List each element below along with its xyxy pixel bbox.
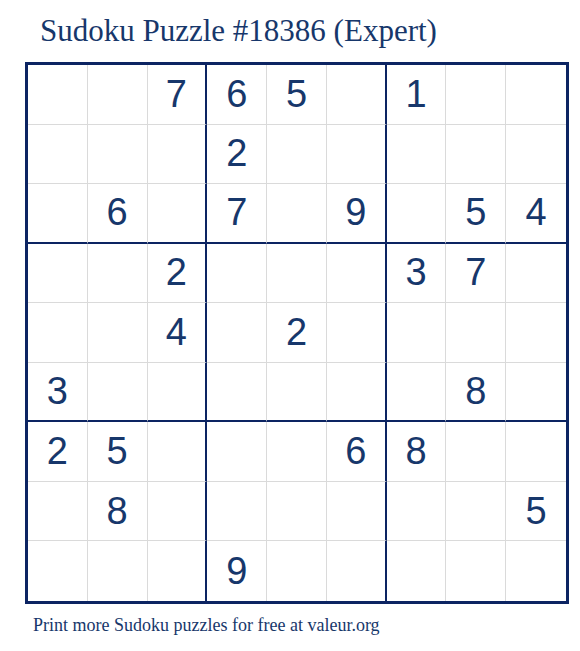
cell-r2c4: 2 xyxy=(207,125,267,185)
cell-r5c5: 2 xyxy=(267,303,327,363)
cell-r4c4 xyxy=(207,244,267,304)
cell-r8c4 xyxy=(207,482,267,542)
cell-r8c8 xyxy=(446,482,506,542)
cell-r5c7 xyxy=(387,303,447,363)
cell-r8c3 xyxy=(148,482,208,542)
cell-r9c7 xyxy=(387,541,447,601)
cell-r7c3 xyxy=(148,422,208,482)
cell-r1c2 xyxy=(88,65,148,125)
cell-r9c8 xyxy=(446,541,506,601)
cell-r3c5 xyxy=(267,184,327,244)
page-title: Sudoku Puzzle #18386 (Expert) xyxy=(40,14,437,48)
cell-r1c1 xyxy=(28,65,88,125)
cell-r5c4 xyxy=(207,303,267,363)
cell-r2c2 xyxy=(88,125,148,185)
cell-r7c9 xyxy=(506,422,566,482)
cell-r7c1: 2 xyxy=(28,422,88,482)
cell-r8c2: 8 xyxy=(88,482,148,542)
sudoku-board: 765126795423742382568859 xyxy=(25,62,569,604)
cell-r6c9 xyxy=(506,363,566,423)
footer-note: Print more Sudoku puzzles for free at va… xyxy=(33,615,380,636)
cell-r2c3 xyxy=(148,125,208,185)
cell-r6c7 xyxy=(387,363,447,423)
cell-r4c7: 3 xyxy=(387,244,447,304)
cell-r1c4: 6 xyxy=(207,65,267,125)
cell-r8c7 xyxy=(387,482,447,542)
cell-r1c3: 7 xyxy=(148,65,208,125)
cell-r6c1: 3 xyxy=(28,363,88,423)
cell-r9c4: 9 xyxy=(207,541,267,601)
cell-r5c2 xyxy=(88,303,148,363)
cell-r6c6 xyxy=(327,363,387,423)
cell-r5c1 xyxy=(28,303,88,363)
cell-r7c2: 5 xyxy=(88,422,148,482)
cell-r1c7: 1 xyxy=(387,65,447,125)
cell-r4c8: 7 xyxy=(446,244,506,304)
cell-r7c5 xyxy=(267,422,327,482)
cell-r9c5 xyxy=(267,541,327,601)
cell-r4c3: 2 xyxy=(148,244,208,304)
cell-r9c1 xyxy=(28,541,88,601)
cell-r4c6 xyxy=(327,244,387,304)
cell-r8c1 xyxy=(28,482,88,542)
cell-r4c1 xyxy=(28,244,88,304)
cell-r9c2 xyxy=(88,541,148,601)
cell-r4c5 xyxy=(267,244,327,304)
cell-r1c9 xyxy=(506,65,566,125)
cell-r2c1 xyxy=(28,125,88,185)
cell-r7c6: 6 xyxy=(327,422,387,482)
cell-r7c4 xyxy=(207,422,267,482)
cell-r9c9 xyxy=(506,541,566,601)
cell-r5c6 xyxy=(327,303,387,363)
cell-r1c8 xyxy=(446,65,506,125)
cell-r8c5 xyxy=(267,482,327,542)
cell-r6c8: 8 xyxy=(446,363,506,423)
cell-r8c9: 5 xyxy=(506,482,566,542)
cell-r9c3 xyxy=(148,541,208,601)
cell-r7c7: 8 xyxy=(387,422,447,482)
cell-r3c7 xyxy=(387,184,447,244)
cell-r5c3: 4 xyxy=(148,303,208,363)
cell-r2c6 xyxy=(327,125,387,185)
cell-r6c3 xyxy=(148,363,208,423)
cell-r3c2: 6 xyxy=(88,184,148,244)
cell-r3c6: 9 xyxy=(327,184,387,244)
cell-r6c5 xyxy=(267,363,327,423)
cell-r2c8 xyxy=(446,125,506,185)
cell-r9c6 xyxy=(327,541,387,601)
cell-r7c8 xyxy=(446,422,506,482)
cell-r3c4: 7 xyxy=(207,184,267,244)
cell-r3c3 xyxy=(148,184,208,244)
cell-r6c4 xyxy=(207,363,267,423)
cell-r8c6 xyxy=(327,482,387,542)
cell-r1c6 xyxy=(327,65,387,125)
cell-r1c5: 5 xyxy=(267,65,327,125)
cell-r2c5 xyxy=(267,125,327,185)
cell-r2c7 xyxy=(387,125,447,185)
cell-r5c9 xyxy=(506,303,566,363)
cell-r2c9 xyxy=(506,125,566,185)
cell-r6c2 xyxy=(88,363,148,423)
cell-r4c2 xyxy=(88,244,148,304)
cell-r3c8: 5 xyxy=(446,184,506,244)
cell-r5c8 xyxy=(446,303,506,363)
page: Sudoku Puzzle #18386 (Expert) 7651267954… xyxy=(0,0,580,651)
cell-r4c9 xyxy=(506,244,566,304)
cell-r3c1 xyxy=(28,184,88,244)
cell-r3c9: 4 xyxy=(506,184,566,244)
